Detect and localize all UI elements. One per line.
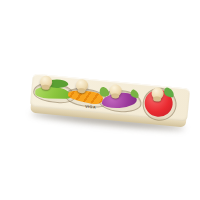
product-photo: VIGA xyxy=(0,0,200,200)
brand-logo: VIGA xyxy=(85,105,96,110)
puzzle-board: VIGA xyxy=(30,74,190,122)
